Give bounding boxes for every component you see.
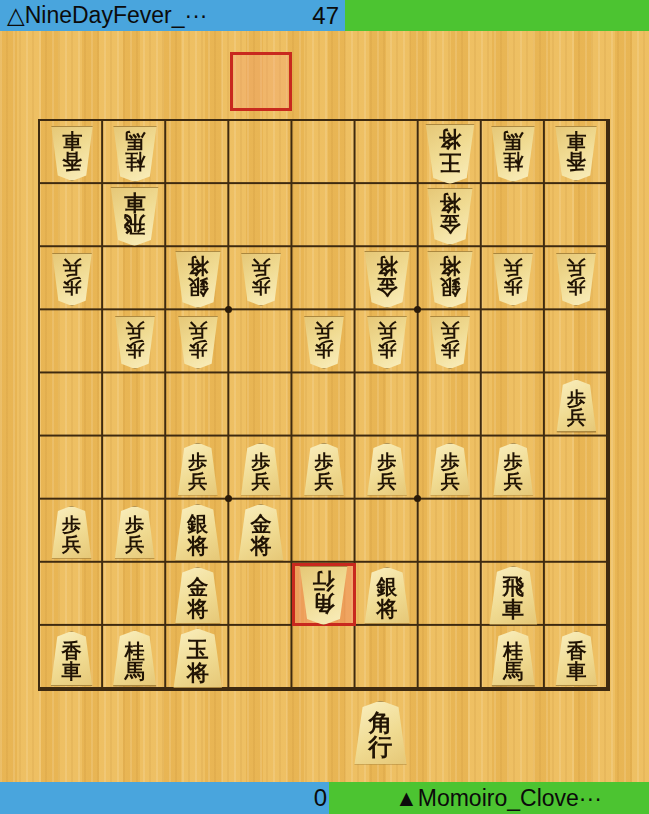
piece-kanji: 銀 <box>187 513 208 534</box>
piece-kanji: 将 <box>187 256 208 277</box>
piece-kanji: 兵 <box>125 321 144 340</box>
hoshi-dot <box>414 495 421 502</box>
piece-kanji: 歩 <box>188 452 207 471</box>
piece-9a-lance[interactable]: 香車 <box>49 126 95 181</box>
piece-kanji: 将 <box>377 598 398 619</box>
piece-kanji: 歩 <box>441 340 460 359</box>
piece-kanji: 将 <box>250 535 271 556</box>
piece-kanji: 歩 <box>251 277 270 296</box>
shogi-app: △NineDayFever_··· 47 香車桂馬王将桂馬香車飛車金将歩兵銀将歩… <box>0 0 649 814</box>
piece-kanji: 銀 <box>377 576 398 597</box>
piece-kanji: 桂 <box>503 151 523 171</box>
piece-kanji: 兵 <box>378 472 397 491</box>
piece-7f-pawn[interactable]: 歩兵 <box>176 443 220 496</box>
piece-kanji: 将 <box>440 193 461 214</box>
gote-player-name: △NineDayFever_··· <box>7 2 207 29</box>
piece-kanji: 車 <box>62 131 82 151</box>
piece-kanji: 王 <box>439 151 461 173</box>
piece-7i-king[interactable]: 玉将 <box>171 628 225 688</box>
piece-kanji: 歩 <box>504 452 523 471</box>
hoshi-dot <box>414 306 421 313</box>
piece-kanji: 歩 <box>504 277 523 296</box>
piece-9c-pawn[interactable]: 歩兵 <box>50 253 94 306</box>
piece-kanji: 車 <box>566 131 586 151</box>
piece-9i-lance[interactable]: 香車 <box>49 631 95 686</box>
piece-kanji: 将 <box>377 256 398 277</box>
piece-6g-gold[interactable]: 金将 <box>236 504 286 561</box>
piece-kanji: 兵 <box>188 472 207 491</box>
piece-kanji: 兵 <box>441 321 460 340</box>
piece-kanji: 歩 <box>188 340 207 359</box>
piece-kanji: 桂 <box>125 641 145 661</box>
piece-8d-pawn[interactable]: 歩兵 <box>113 316 157 369</box>
piece-kanji: 将 <box>439 129 461 151</box>
piece-3f-pawn[interactable]: 歩兵 <box>428 443 472 496</box>
piece-kanji: 桂 <box>503 641 523 661</box>
piece-kanji: 飛 <box>124 214 146 236</box>
piece-3d-pawn[interactable]: 歩兵 <box>428 316 472 369</box>
piece-kanji: 兵 <box>62 258 81 277</box>
piece-kanji: 金 <box>377 277 398 298</box>
piece-kanji: 金 <box>187 576 208 597</box>
piece-8b-rook[interactable]: 飛車 <box>108 187 161 246</box>
piece-kanji: 馬 <box>125 661 145 681</box>
piece-kanji: 将 <box>187 598 208 619</box>
piece-kanji: 兵 <box>504 472 523 491</box>
piece-kanji: 馬 <box>503 661 523 681</box>
sente-clock: 0 <box>314 784 327 812</box>
gote-clock: 47 <box>312 2 339 30</box>
gote-hand-drop-origin-highlight <box>230 52 292 111</box>
piece-4h-silver[interactable]: 銀将 <box>362 567 412 624</box>
piece-kanji: 歩 <box>314 452 333 471</box>
piece-kanji: 歩 <box>567 277 586 296</box>
piece-kanji: 兵 <box>251 472 270 491</box>
piece-kanji: 金 <box>250 513 271 534</box>
gote-bar-filler <box>345 0 649 31</box>
piece-kanji: 兵 <box>188 321 207 340</box>
piece-kanji: 行 <box>369 735 393 759</box>
piece-kanji: 将 <box>440 256 461 277</box>
piece-kanji: 兵 <box>314 321 333 340</box>
piece-6f-pawn[interactable]: 歩兵 <box>239 443 283 496</box>
piece-kanji: 銀 <box>187 277 208 298</box>
piece-3c-silver[interactable]: 銀将 <box>425 251 475 308</box>
piece-8g-pawn[interactable]: 歩兵 <box>113 506 157 559</box>
sente-clock-panel: 0 <box>0 782 329 814</box>
piece-inhand-bishop[interactable]: 角行 <box>352 701 410 765</box>
piece-kanji: 歩 <box>125 340 144 359</box>
piece-kanji: 歩 <box>62 277 81 296</box>
piece-kanji: 兵 <box>314 472 333 491</box>
piece-5d-pawn[interactable]: 歩兵 <box>302 316 346 369</box>
piece-kanji: 歩 <box>125 515 144 534</box>
piece-8i-knight[interactable]: 桂馬 <box>111 630 159 686</box>
piece-kanji: 馬 <box>503 131 523 151</box>
piece-kanji: 香 <box>62 151 82 171</box>
piece-kanji: 車 <box>62 661 82 681</box>
sente-hand-slot: 角行 <box>349 700 419 768</box>
piece-kanji: 角 <box>313 593 335 615</box>
piece-kanji: 飛 <box>502 575 524 597</box>
piece-1i-lance[interactable]: 香車 <box>553 631 599 686</box>
piece-kanji: 兵 <box>251 258 270 277</box>
piece-kanji: 玉 <box>187 638 209 660</box>
piece-7g-silver[interactable]: 銀将 <box>173 504 223 561</box>
piece-kanji: 兵 <box>125 535 144 554</box>
piece-kanji: 歩 <box>314 340 333 359</box>
piece-kanji: 桂 <box>125 151 145 171</box>
gote-player-bar: △NineDayFever_··· 47 <box>0 0 649 31</box>
piece-kanji: 将 <box>187 535 208 556</box>
sente-player-panel: ▲Momoiro_Clove··· <box>329 782 649 814</box>
piece-1a-lance[interactable]: 香車 <box>553 126 599 181</box>
piece-kanji: 馬 <box>125 131 145 151</box>
piece-3a-king[interactable]: 王将 <box>423 124 477 184</box>
piece-kanji: 歩 <box>378 340 397 359</box>
piece-kanji: 歩 <box>62 515 81 534</box>
piece-kanji: 車 <box>124 192 146 214</box>
piece-4d-pawn[interactable]: 歩兵 <box>365 316 409 369</box>
piece-kanji: 香 <box>566 641 586 661</box>
piece-kanji: 兵 <box>567 258 586 277</box>
piece-kanji: 兵 <box>378 321 397 340</box>
piece-5f-pawn[interactable]: 歩兵 <box>302 443 346 496</box>
piece-kanji: 行 <box>313 570 335 592</box>
hoshi-dot <box>225 306 232 313</box>
gote-player-panel: △NineDayFever_··· 47 <box>0 0 345 31</box>
piece-kanji: 歩 <box>441 452 460 471</box>
piece-kanji: 銀 <box>440 277 461 298</box>
piece-kanji: 兵 <box>567 408 586 427</box>
piece-kanji: 車 <box>566 661 586 681</box>
piece-kanji: 兵 <box>62 535 81 554</box>
piece-3b-gold[interactable]: 金将 <box>425 188 475 245</box>
sente-player-bar: 0 ▲Momoiro_Clove··· <box>0 782 649 814</box>
piece-kanji: 歩 <box>251 452 270 471</box>
piece-kanji: 香 <box>62 641 82 661</box>
piece-2h-rook[interactable]: 飛車 <box>487 566 540 625</box>
piece-4f-pawn[interactable]: 歩兵 <box>365 443 409 496</box>
piece-8a-knight[interactable]: 桂馬 <box>111 126 159 182</box>
piece-7h-gold[interactable]: 金将 <box>173 567 223 624</box>
piece-kanji: 車 <box>502 598 524 620</box>
piece-2f-pawn[interactable]: 歩兵 <box>491 443 535 496</box>
piece-2c-pawn[interactable]: 歩兵 <box>491 253 535 306</box>
sente-player-name: ▲Momoiro_Clove··· <box>395 785 602 812</box>
piece-kanji: 香 <box>566 151 586 171</box>
piece-kanji: 兵 <box>504 258 523 277</box>
piece-kanji: 兵 <box>441 472 460 491</box>
piece-2i-knight[interactable]: 桂馬 <box>489 630 537 686</box>
shogi-board[interactable]: 香車桂馬王将桂馬香車飛車金将歩兵銀将歩兵金将銀将歩兵歩兵歩兵歩兵歩兵歩兵歩兵角行… <box>38 119 610 691</box>
piece-7c-silver[interactable]: 銀将 <box>173 251 223 308</box>
piece-6c-pawn[interactable]: 歩兵 <box>239 253 283 306</box>
piece-7d-pawn[interactable]: 歩兵 <box>176 316 220 369</box>
piece-1e-pawn[interactable]: 歩兵 <box>554 379 598 432</box>
piece-kanji: 金 <box>440 214 461 235</box>
piece-1c-pawn[interactable]: 歩兵 <box>554 253 598 306</box>
piece-4c-gold[interactable]: 金将 <box>362 251 412 308</box>
hoshi-dot <box>225 495 232 502</box>
piece-2a-knight[interactable]: 桂馬 <box>489 126 537 182</box>
piece-9g-pawn[interactable]: 歩兵 <box>50 506 94 559</box>
piece-kanji: 将 <box>187 661 209 683</box>
piece-kanji: 歩 <box>378 452 397 471</box>
